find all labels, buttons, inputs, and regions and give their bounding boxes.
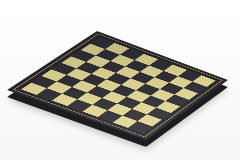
board-face (7, 31, 228, 140)
chessboard (0, 0, 240, 160)
product-photo-canvas (0, 0, 240, 160)
board-squares-grid (21, 37, 215, 133)
